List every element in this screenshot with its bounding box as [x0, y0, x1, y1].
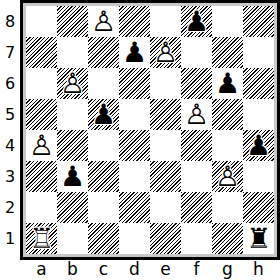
square-f7[interactable]: [181, 37, 212, 68]
square-f4[interactable]: [181, 130, 212, 161]
square-e5[interactable]: [150, 99, 181, 130]
rank-label-7: 7: [0, 37, 20, 68]
square-e4[interactable]: [150, 130, 181, 161]
square-f6[interactable]: [181, 68, 212, 99]
rank-label-6: 6: [0, 68, 20, 99]
black-pawn[interactable]: ♟♟: [88, 99, 119, 130]
black-pawn-icon: ♟: [212, 68, 243, 99]
square-c7[interactable]: [88, 37, 119, 68]
square-h6[interactable]: [243, 68, 274, 99]
white-pawn[interactable]: ♟♙: [57, 68, 88, 99]
square-c4[interactable]: [88, 130, 119, 161]
black-rook[interactable]: ♜♜: [243, 223, 274, 254]
black-pawn-icon: ♟: [57, 161, 88, 192]
square-d2[interactable]: [119, 192, 150, 223]
white-pawn-icon: ♙: [88, 6, 119, 37]
white-pawn[interactable]: ♟♙: [181, 99, 212, 130]
square-a6[interactable]: [26, 68, 57, 99]
black-pawn[interactable]: ♟♟: [243, 130, 274, 161]
square-g7[interactable]: [212, 37, 243, 68]
rank-label-1: 1: [0, 223, 20, 254]
square-g6[interactable]: ♟♟: [212, 68, 243, 99]
square-g5[interactable]: [212, 99, 243, 130]
rank-label-3: 3: [0, 161, 20, 192]
square-d6[interactable]: [119, 68, 150, 99]
square-e2[interactable]: [150, 192, 181, 223]
file-label-a: a: [26, 258, 57, 280]
black-pawn[interactable]: ♟♟: [181, 6, 212, 37]
square-c2[interactable]: [88, 192, 119, 223]
square-e3[interactable]: [150, 161, 181, 192]
chess-board: ♟♙♟♟♟♟♟♙♟♙♟♟♟♟♟♙♟♙♟♟♟♟♟♙♜♖♜♜: [26, 6, 274, 254]
square-g4[interactable]: [212, 130, 243, 161]
square-d1[interactable]: [119, 223, 150, 254]
file-label-d: d: [119, 258, 150, 280]
black-pawn[interactable]: ♟♟: [57, 161, 88, 192]
square-h2[interactable]: [243, 192, 274, 223]
file-label-f: f: [181, 258, 212, 280]
square-f8[interactable]: ♟♟: [181, 6, 212, 37]
square-b7[interactable]: [57, 37, 88, 68]
square-d7[interactable]: ♟♟: [119, 37, 150, 68]
square-a2[interactable]: [26, 192, 57, 223]
square-d5[interactable]: [119, 99, 150, 130]
rank-labels: 87654321: [0, 6, 20, 254]
rank-label-4: 4: [0, 130, 20, 161]
black-pawn[interactable]: ♟♟: [119, 37, 150, 68]
square-d8[interactable]: [119, 6, 150, 37]
square-a7[interactable]: [26, 37, 57, 68]
square-e8[interactable]: [150, 6, 181, 37]
black-pawn-icon: ♟: [119, 37, 150, 68]
rank-label-2: 2: [0, 192, 20, 223]
square-a1[interactable]: ♜♖: [26, 223, 57, 254]
rank-label-5: 5: [0, 99, 20, 130]
square-a8[interactable]: [26, 6, 57, 37]
square-a4[interactable]: ♟♙: [26, 130, 57, 161]
square-h3[interactable]: [243, 161, 274, 192]
white-pawn-icon: ♙: [26, 130, 57, 161]
square-b1[interactable]: [57, 223, 88, 254]
square-h7[interactable]: [243, 37, 274, 68]
file-label-h: h: [243, 258, 274, 280]
file-label-c: c: [88, 258, 119, 280]
white-pawn-icon: ♙: [181, 99, 212, 130]
white-pawn-icon: ♙: [212, 161, 243, 192]
square-b8[interactable]: [57, 6, 88, 37]
square-b5[interactable]: [57, 99, 88, 130]
square-b4[interactable]: [57, 130, 88, 161]
black-pawn[interactable]: ♟♟: [212, 68, 243, 99]
square-h8[interactable]: [243, 6, 274, 37]
square-c5[interactable]: ♟♟: [88, 99, 119, 130]
file-labels: abcdefgh: [26, 258, 274, 280]
square-h4[interactable]: ♟♟: [243, 130, 274, 161]
square-e7[interactable]: ♟♙: [150, 37, 181, 68]
square-c3[interactable]: [88, 161, 119, 192]
square-g2[interactable]: [212, 192, 243, 223]
square-g8[interactable]: [212, 6, 243, 37]
black-pawn-icon: ♟: [181, 6, 212, 37]
black-pawn-icon: ♟: [243, 130, 274, 161]
square-a5[interactable]: [26, 99, 57, 130]
white-pawn-icon: ♙: [150, 37, 181, 68]
square-g3[interactable]: ♟♙: [212, 161, 243, 192]
square-c6[interactable]: [88, 68, 119, 99]
white-pawn[interactable]: ♟♙: [212, 161, 243, 192]
black-rook-icon: ♜: [243, 223, 274, 254]
white-pawn[interactable]: ♟♙: [88, 6, 119, 37]
white-rook[interactable]: ♜♖: [26, 223, 57, 254]
square-f5[interactable]: ♟♙: [181, 99, 212, 130]
white-rook-icon: ♖: [26, 223, 57, 254]
square-h5[interactable]: [243, 99, 274, 130]
square-c8[interactable]: ♟♙: [88, 6, 119, 37]
square-d3[interactable]: [119, 161, 150, 192]
black-pawn-icon: ♟: [88, 99, 119, 130]
square-b2[interactable]: [57, 192, 88, 223]
square-b6[interactable]: ♟♙: [57, 68, 88, 99]
rank-label-8: 8: [0, 6, 20, 37]
square-c1[interactable]: [88, 223, 119, 254]
file-label-g: g: [212, 258, 243, 280]
file-label-b: b: [57, 258, 88, 280]
white-pawn[interactable]: ♟♙: [150, 37, 181, 68]
square-h1[interactable]: ♜♜: [243, 223, 274, 254]
board-frame: ♟♙♟♟♟♟♟♙♟♙♟♟♟♟♟♙♟♙♟♟♟♟♟♙♜♖♜♜: [20, 0, 280, 260]
square-e1[interactable]: [150, 223, 181, 254]
square-a3[interactable]: [26, 161, 57, 192]
file-label-e: e: [150, 258, 181, 280]
square-b3[interactable]: ♟♟: [57, 161, 88, 192]
chess-diagram: 87654321 ♟♙♟♟♟♟♟♙♟♙♟♟♟♟♟♙♟♙♟♟♟♟♟♙♜♖♜♜ ab…: [0, 0, 280, 280]
square-f3[interactable]: [181, 161, 212, 192]
white-pawn-icon: ♙: [57, 68, 88, 99]
white-pawn[interactable]: ♟♙: [26, 130, 57, 161]
square-d4[interactable]: [119, 130, 150, 161]
square-e6[interactable]: [150, 68, 181, 99]
square-g1[interactable]: [212, 223, 243, 254]
square-f2[interactable]: [181, 192, 212, 223]
square-f1[interactable]: [181, 223, 212, 254]
